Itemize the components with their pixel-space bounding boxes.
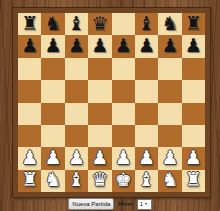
white-king: ♚ [115,170,132,189]
square-f4[interactable] [135,103,158,125]
square-h6[interactable] [182,58,205,80]
board: ♜♞♝♛♝♞♜♟♟♟♟♟♟♟♟♟♟♟♟♟♟♟♟♜♞♝♛♚♝♞♜ [18,13,205,192]
square-d1[interactable]: ♛ [88,170,111,192]
black-pawn: ♟ [185,36,202,55]
white-bishop: ♝ [138,170,155,189]
black-rook: ♜ [21,14,38,33]
square-f7[interactable]: ♟ [135,35,158,57]
white-pawn: ♟ [115,148,132,167]
square-g2[interactable]: ♟ [158,147,181,169]
white-knight: ♞ [45,170,62,189]
square-g1[interactable]: ♞ [158,170,181,192]
square-h7[interactable]: ♟ [182,35,205,57]
square-d7[interactable]: ♟ [88,35,111,57]
square-e4[interactable] [112,103,135,125]
square-g8[interactable]: ♞ [158,13,181,35]
square-b6[interactable] [41,58,64,80]
square-a2[interactable]: ♟ [18,147,41,169]
square-d3[interactable] [88,125,111,147]
square-h4[interactable] [182,103,205,125]
square-f3[interactable] [135,125,158,147]
white-bishop: ♝ [68,170,85,189]
square-h8[interactable]: ♜ [182,13,205,35]
black-knight: ♞ [161,14,178,33]
black-pawn: ♟ [161,36,178,55]
square-b4[interactable] [41,103,64,125]
black-knight: ♞ [45,14,62,33]
square-h1[interactable]: ♜ [182,170,205,192]
square-e5[interactable] [112,80,135,102]
white-pawn: ♟ [68,148,85,167]
square-e3[interactable] [112,125,135,147]
black-bishop: ♝ [138,14,155,33]
square-g7[interactable]: ♟ [158,35,181,57]
square-d8[interactable]: ♛ [88,13,111,35]
square-h2[interactable]: ♟ [182,147,205,169]
square-g3[interactable] [158,125,181,147]
white-rook: ♜ [21,170,38,189]
level-label: Nivel [118,201,132,207]
black-pawn: ♟ [91,36,108,55]
square-g4[interactable] [158,103,181,125]
square-h5[interactable] [182,80,205,102]
square-a4[interactable] [18,103,41,125]
white-pawn: ♟ [91,148,108,167]
black-pawn: ♟ [68,36,85,55]
white-knight: ♞ [161,170,178,189]
square-a7[interactable]: ♟ [18,35,41,57]
square-a5[interactable] [18,80,41,102]
white-pawn: ♟ [161,148,178,167]
square-b5[interactable] [41,80,64,102]
square-f2[interactable]: ♟ [135,147,158,169]
square-c8[interactable]: ♝ [65,13,88,35]
square-e6[interactable] [112,58,135,80]
square-b1[interactable]: ♞ [41,170,64,192]
square-e8[interactable] [112,13,135,35]
square-c5[interactable] [65,80,88,102]
square-a3[interactable] [18,125,41,147]
square-a6[interactable] [18,58,41,80]
white-pawn: ♟ [21,148,38,167]
square-c2[interactable]: ♟ [65,147,88,169]
square-b2[interactable]: ♟ [41,147,64,169]
square-b3[interactable] [41,125,64,147]
black-pawn: ♟ [138,36,155,55]
square-e7[interactable]: ♟ [112,35,135,57]
square-a1[interactable]: ♜ [18,170,41,192]
board-frame: ♜♞♝♛♝♞♜♟♟♟♟♟♟♟♟♟♟♟♟♟♟♟♟♜♞♝♛♚♝♞♜ [13,8,210,197]
square-e2[interactable]: ♟ [112,147,135,169]
square-f1[interactable]: ♝ [135,170,158,192]
square-d6[interactable] [88,58,111,80]
black-pawn: ♟ [21,36,38,55]
square-e1[interactable]: ♚ [112,170,135,192]
square-g5[interactable] [158,80,181,102]
app-window: ♜♞♝♛♝♞♜♟♟♟♟♟♟♟♟♟♟♟♟♟♟♟♟♜♞♝♛♚♝♞♜ Nueva Pa… [0,0,220,211]
square-f6[interactable] [135,58,158,80]
square-f5[interactable] [135,80,158,102]
black-pawn: ♟ [45,36,62,55]
square-f8[interactable]: ♝ [135,13,158,35]
square-c3[interactable] [65,125,88,147]
black-rook: ♜ [185,14,202,33]
square-b7[interactable]: ♟ [41,35,64,57]
white-pawn: ♟ [45,148,62,167]
white-pawn: ♟ [138,148,155,167]
square-b8[interactable]: ♞ [41,13,64,35]
black-bishop: ♝ [68,14,85,33]
square-h3[interactable] [182,125,205,147]
square-c7[interactable]: ♟ [65,35,88,57]
black-pawn: ♟ [115,36,132,55]
dropdown-arrow-icon: ▾ [145,202,147,206]
square-d2[interactable]: ♟ [88,147,111,169]
white-pawn: ♟ [185,148,202,167]
level-select[interactable]: 1 ▾ [137,199,152,210]
square-d5[interactable] [88,80,111,102]
square-c4[interactable] [65,103,88,125]
square-d4[interactable] [88,103,111,125]
level-select-value: 1 [140,201,143,207]
new-game-button[interactable]: Nueva Partida [68,198,114,210]
black-queen: ♛ [91,14,108,33]
white-queen: ♛ [91,170,108,189]
square-c6[interactable] [65,58,88,80]
white-rook: ♜ [185,170,202,189]
square-c1[interactable]: ♝ [65,170,88,192]
square-g6[interactable] [158,58,181,80]
controls-bar: Nueva Partida Nivel 1 ▾ [0,197,220,211]
square-a8[interactable]: ♜ [18,13,41,35]
